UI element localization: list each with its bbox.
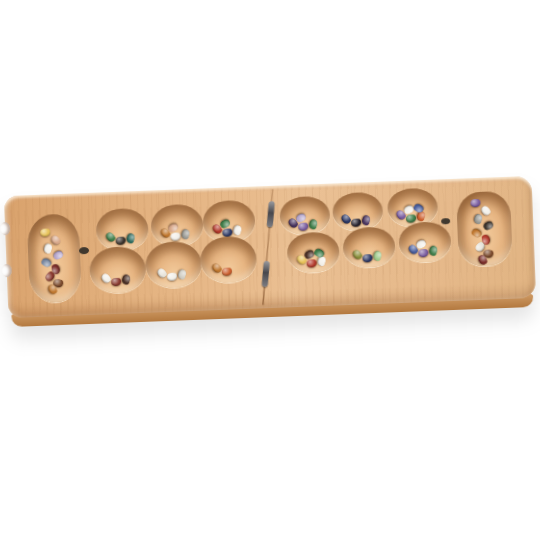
product-photo-background <box>0 0 540 540</box>
gemstone <box>232 225 242 237</box>
wood-knot-dot <box>441 218 450 224</box>
gemstone <box>116 237 126 245</box>
gemstone <box>167 272 177 280</box>
wood-knot-dot <box>79 247 89 254</box>
pit-bottom-5[interactable] <box>342 226 395 268</box>
gemstone <box>170 233 180 241</box>
store-left <box>27 213 82 303</box>
gemstone <box>351 219 361 227</box>
pit-top-4[interactable] <box>279 196 330 236</box>
pit-bottom-1[interactable] <box>89 246 147 294</box>
pit-bottom-4[interactable] <box>286 231 339 273</box>
gemstone <box>43 243 53 255</box>
gemstone <box>298 223 308 231</box>
gemstone <box>362 254 372 262</box>
gemstone <box>180 229 190 241</box>
gemstone <box>295 212 307 223</box>
gemstone <box>126 233 136 245</box>
gemstone <box>121 273 131 285</box>
gemstone <box>111 277 121 285</box>
edge-notch <box>1 264 11 277</box>
gemstone <box>308 219 318 231</box>
gemstone <box>307 259 317 267</box>
gemstone <box>222 267 232 275</box>
gemstone <box>40 228 50 236</box>
gemstone <box>482 220 494 231</box>
gemstone <box>406 214 416 222</box>
metal-hinge-icon <box>267 201 275 227</box>
gemstone <box>52 249 64 260</box>
gemstone <box>418 249 428 257</box>
edge-notch <box>0 222 10 235</box>
gemstone <box>428 245 438 257</box>
pit-bottom-2[interactable] <box>145 241 203 289</box>
pit-top-1[interactable] <box>95 208 149 252</box>
board-surface <box>4 176 536 318</box>
fold-seam <box>260 189 276 305</box>
mancala-board <box>4 176 536 318</box>
pit-bottom-6[interactable] <box>398 221 451 263</box>
gemstone <box>177 268 187 280</box>
gemstone <box>372 250 382 262</box>
gemstone <box>473 213 483 225</box>
gemstone <box>361 215 371 227</box>
metal-hinge-icon <box>262 261 270 287</box>
pit-top-5[interactable] <box>332 192 383 232</box>
pit-bottom-3[interactable] <box>200 236 258 284</box>
gemstone <box>470 199 480 207</box>
store-right <box>456 191 513 267</box>
